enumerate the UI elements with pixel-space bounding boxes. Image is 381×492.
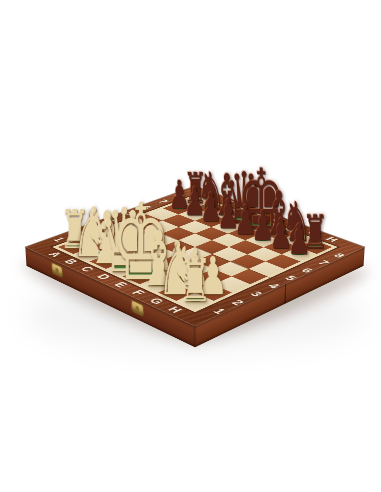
black-pawn-icon: ♟ (286, 219, 312, 261)
piece-white-rook[interactable]: ♜ (166, 252, 225, 311)
product-photo-scene: AABBCCDDEEFFGGHH1122334455667788 ♜♞♝♛♚♝♞… (0, 0, 381, 492)
white-rook-icon: ♜ (177, 252, 214, 311)
piece-black-pawn[interactable]: ♟ (278, 219, 320, 261)
pieces-layer: ♜♞♝♛♚♝♞♜♟♟♟♟♟♟♟♟♟♟♟♟♟♟♟♟♜♞♝♛♚♝♞♜ (0, 0, 381, 492)
